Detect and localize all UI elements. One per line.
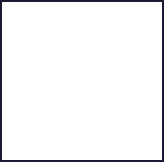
- chess-board: [0, 0, 164, 162]
